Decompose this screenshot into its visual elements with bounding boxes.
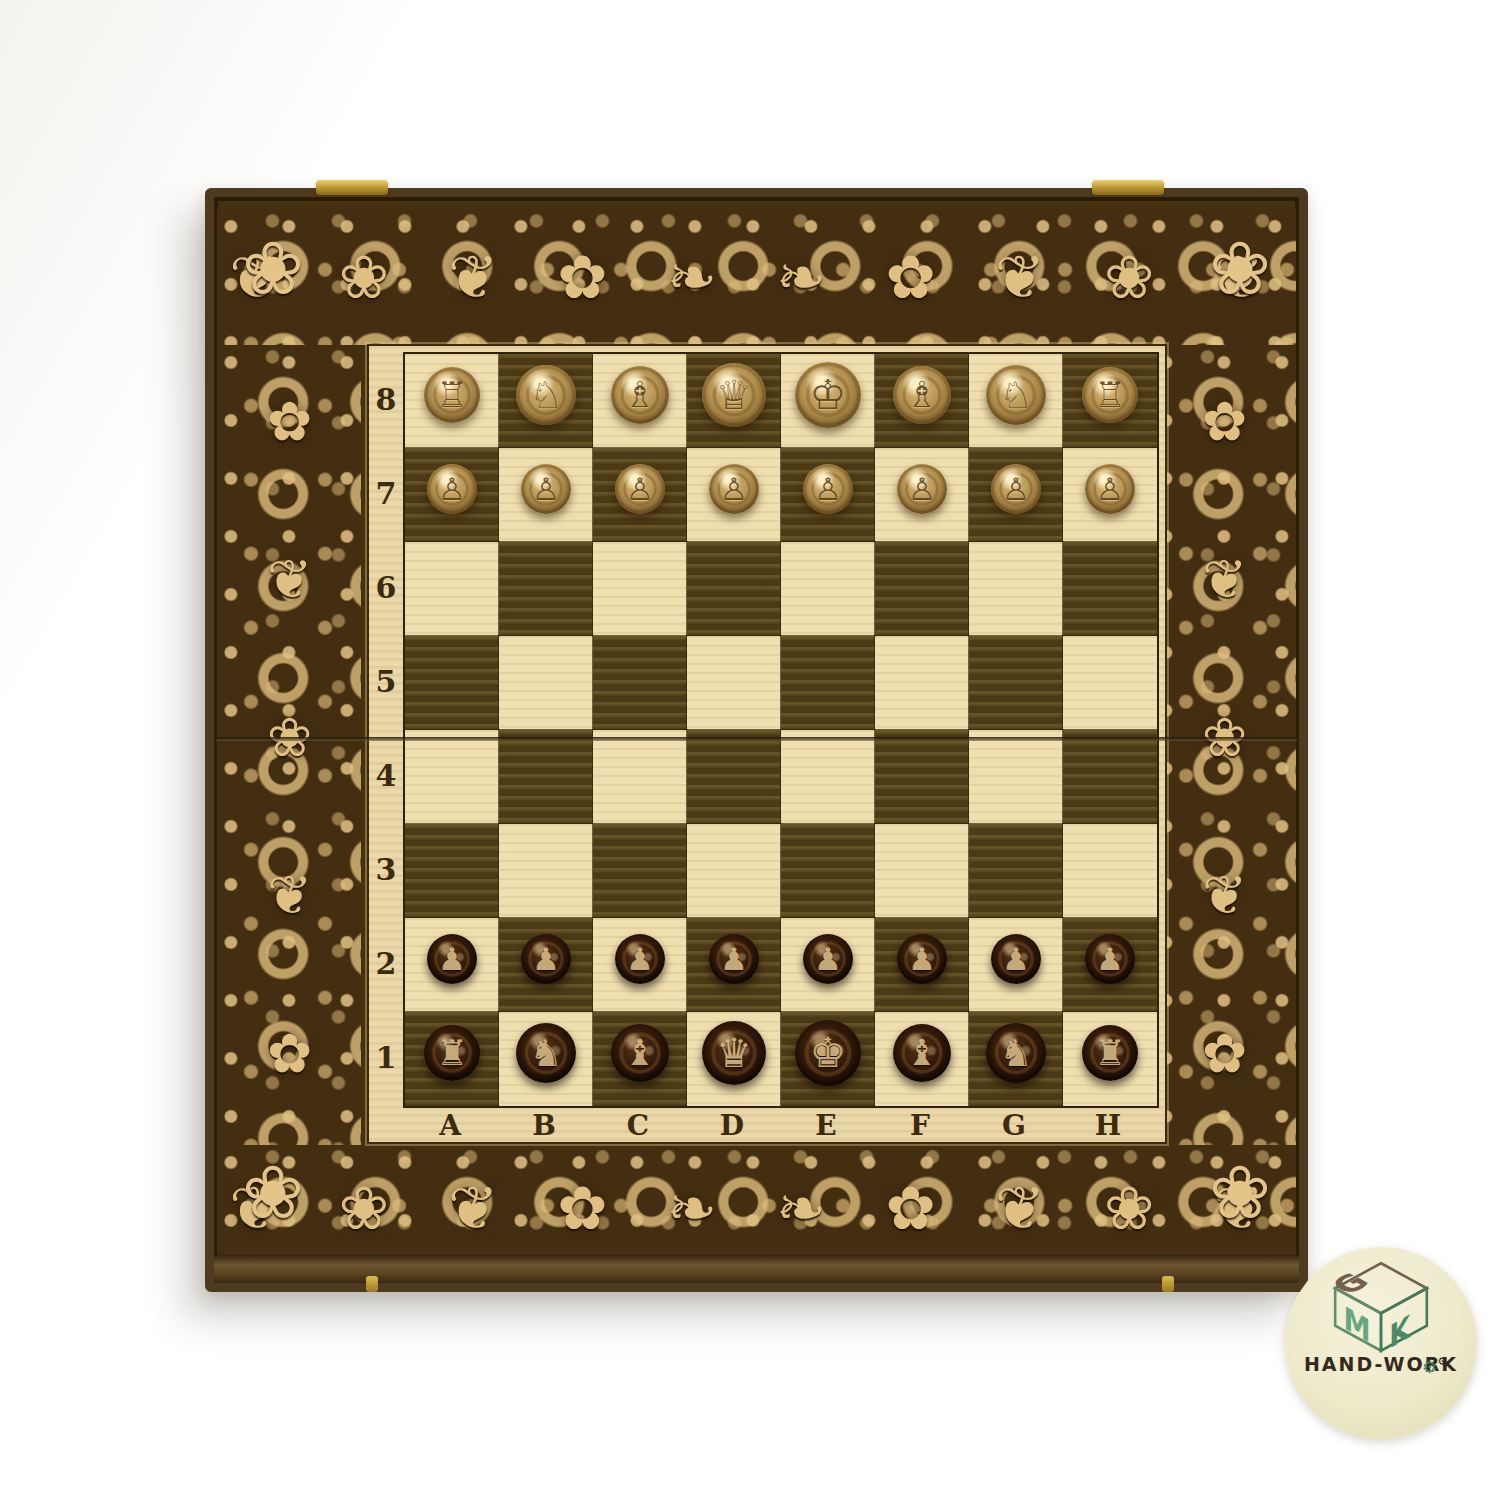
gear-icon: ⚙ [1422,1357,1437,1377]
square-b2[interactable]: ♟ [499,918,593,1012]
white-bishop-c8[interactable]: ♗ [611,366,669,424]
square-b5[interactable] [499,636,593,730]
square-f3[interactable] [875,824,969,918]
square-h4[interactable] [1063,730,1157,824]
file-label-f: F [873,1106,967,1144]
square-d2[interactable]: ♟ [687,918,781,1012]
rook-glyph: ♜ [1094,1036,1125,1071]
white-pawn-b7[interactable]: ♙ [521,464,571,514]
square-g4[interactable] [969,730,1063,824]
white-pawn-c7[interactable]: ♙ [615,464,665,514]
black-pawn-a2[interactable]: ♟ [427,934,477,984]
bishop-glyph: ♝ [906,1035,938,1071]
black-bishop-f1[interactable]: ♝ [893,1024,951,1082]
brass-latch-right [1162,1276,1174,1292]
bishop-glyph: ♗ [624,377,656,413]
rook-glyph: ♜ [436,1036,467,1071]
white-pawn-d7[interactable]: ♙ [709,464,759,514]
square-h7[interactable]: ♙ [1063,448,1157,542]
square-c4[interactable] [593,730,687,824]
pawn-glyph: ♙ [1096,474,1124,505]
pawn-glyph: ♙ [908,474,936,505]
carved-border-top: ❧ ✿ ❦ ❀ ❦ ✿ ❧ ❧ ✿ ❦ ❀ ❦ ✿ ❧ [217,209,1296,345]
floral-carving-row: ❧ ✿ ❦ ❀ ❦ ✿ ❧ ❧ ✿ ❦ ❀ ❦ ✿ ❧ [217,1178,1296,1238]
square-b8[interactable]: ♘ [499,354,593,448]
knight-glyph: ♞ [529,1035,562,1072]
queen-glyph: ♛ [716,1033,752,1073]
pawn-glyph: ♙ [626,474,654,505]
rank-labels: 87654321 [369,352,403,1104]
square-h2[interactable]: ♟ [1063,918,1157,1012]
square-d7[interactable]: ♙ [687,448,781,542]
white-rook-h8[interactable]: ♖ [1082,367,1138,423]
square-f8[interactable]: ♗ [875,354,969,448]
corner-flourish-icon: ❀ [1209,225,1271,311]
white-pawn-g7[interactable]: ♙ [991,464,1041,514]
svg-text:G: G [1324,1268,1378,1299]
svg-text:K: K [1389,1307,1412,1356]
white-bishop-f8[interactable]: ♗ [893,366,951,424]
square-c8[interactable]: ♗ [593,354,687,448]
square-f4[interactable] [875,730,969,824]
square-d8[interactable]: ♕ [687,354,781,448]
knight-glyph: ♘ [999,377,1032,414]
black-rook-h1[interactable]: ♜ [1082,1025,1138,1081]
square-g5[interactable] [969,636,1063,730]
carved-border-left: ❧ ✿ ❦ ❀ ❦ ✿ ❧ [217,345,361,1145]
square-a8[interactable]: ♖ [405,354,499,448]
gmk-cube-monogram: G M K [1318,1257,1444,1357]
white-pawn-e7[interactable]: ♙ [803,464,853,514]
pawn-glyph: ♙ [814,474,842,505]
square-e2[interactable]: ♟ [781,918,875,1012]
square-d6[interactable] [687,542,781,636]
rook-glyph: ♖ [1094,378,1125,413]
black-queen-d1[interactable]: ♛ [702,1021,766,1085]
king-glyph: ♚ [810,1033,847,1074]
black-bishop-c1[interactable]: ♝ [611,1024,669,1082]
square-b6[interactable] [499,542,593,636]
corner-flourish-icon: ❀ [242,1149,304,1235]
file-label-b: B [497,1106,591,1144]
black-pawn-f2[interactable]: ♟ [897,934,947,984]
corner-flourish-icon: ❀ [1209,1149,1271,1235]
maker-logo-badge: G M K HAND-WORK ⚙⚙ [1285,1247,1477,1439]
rank-label-6: 6 [369,540,403,634]
floral-carving-row: ❧ ✿ ❦ ❀ ❦ ✿ ❧ ❧ ✿ ❦ ❀ ❦ ✿ ❧ [217,247,1296,307]
floral-carving-column: ❧ ✿ ❦ ❀ ❦ ✿ ❧ [262,345,316,1145]
brass-hinge-left [316,180,388,195]
square-a1[interactable]: ♜ [405,1012,499,1106]
white-king-e8[interactable]: ♔ [795,362,861,428]
rank-label-4: 4 [369,728,403,822]
black-knight-b1[interactable]: ♞ [516,1023,576,1083]
square-c2[interactable]: ♟ [593,918,687,1012]
rank-label-5: 5 [369,634,403,728]
knight-glyph: ♘ [529,377,562,414]
square-h6[interactable] [1063,542,1157,636]
black-pawn-b2[interactable]: ♟ [521,934,571,984]
board-grid: ♖♘♗♕♔♗♘♖♙♙♙♙♙♙♙♙♟♟♟♟♟♟♟♟♜♞♝♛♚♝♞♜ [403,352,1159,1108]
corner-flourish-icon: ❀ [242,225,304,311]
bishop-glyph: ♗ [906,377,938,413]
square-a7[interactable]: ♙ [405,448,499,542]
carved-border-bottom: ❧ ✿ ❦ ❀ ❦ ✿ ❧ ❧ ✿ ❦ ❀ ❦ ✿ ❧ [217,1145,1296,1271]
square-d5[interactable] [687,636,781,730]
square-a3[interactable] [405,824,499,918]
square-c7[interactable]: ♙ [593,448,687,542]
file-label-d: D [685,1106,779,1144]
square-f5[interactable] [875,636,969,730]
queen-glyph: ♕ [716,375,752,415]
square-g8[interactable]: ♘ [969,354,1063,448]
pawn-glyph: ♟ [438,944,466,975]
square-d4[interactable] [687,730,781,824]
square-e4[interactable] [781,730,875,824]
square-f1[interactable]: ♝ [875,1012,969,1106]
square-a5[interactable] [405,636,499,730]
square-d1[interactable]: ♛ [687,1012,781,1106]
black-knight-g1[interactable]: ♞ [986,1023,1046,1083]
white-knight-b8[interactable]: ♘ [516,365,576,425]
pawn-glyph: ♙ [532,474,560,505]
square-a4[interactable] [405,730,499,824]
file-label-h: H [1061,1106,1155,1144]
pawn-glyph: ♙ [720,474,748,505]
square-b7[interactable]: ♙ [499,448,593,542]
square-g7[interactable]: ♙ [969,448,1063,542]
black-pawn-h2[interactable]: ♟ [1085,934,1135,984]
knight-glyph: ♞ [999,1035,1032,1072]
pawn-glyph: ♟ [532,944,560,975]
black-pawn-e2[interactable]: ♟ [803,934,853,984]
square-g2[interactable]: ♟ [969,918,1063,1012]
board-field: 87654321 ♖♘♗♕♔♗♘♖♙♙♙♙♙♙♙♙♟♟♟♟♟♟♟♟♜♞♝♛♚♝♞… [367,344,1167,1144]
pawn-glyph: ♙ [438,474,466,505]
black-pawn-g2[interactable]: ♟ [991,934,1041,984]
gear-icons: ⚙⚙ [1422,1357,1447,1377]
square-g3[interactable] [969,824,1063,918]
pawn-glyph: ♙ [1002,474,1030,505]
pawn-glyph: ♟ [1002,944,1030,975]
square-e7[interactable]: ♙ [781,448,875,542]
white-pawn-f7[interactable]: ♙ [897,464,947,514]
square-h3[interactable] [1063,824,1157,918]
black-king-e1[interactable]: ♚ [795,1020,861,1086]
carved-border-right: ❧ ✿ ❦ ❀ ❦ ✿ ❧ [1152,345,1296,1145]
rank-label-8: 8 [369,352,403,446]
fold-seam [216,737,1297,741]
rank-label-2: 2 [369,916,403,1010]
rank-label-7: 7 [369,446,403,540]
chess-box: ❧ ✿ ❦ ❀ ❦ ✿ ❧ ❧ ✿ ❦ ❀ ❦ ✿ ❧ ❧ ✿ ❦ ❀ ❦ ✿ … [205,188,1308,1292]
file-label-c: C [591,1106,685,1144]
rank-label-1: 1 [369,1010,403,1104]
square-c1[interactable]: ♝ [593,1012,687,1106]
square-b4[interactable] [499,730,593,824]
black-rook-a1[interactable]: ♜ [424,1025,480,1081]
brass-hinge-right [1092,180,1164,195]
file-labels: ABCDEFGH [403,1106,1155,1144]
white-rook-a8[interactable]: ♖ [424,367,480,423]
square-e3[interactable] [781,824,875,918]
white-knight-g8[interactable]: ♘ [986,365,1046,425]
square-d3[interactable] [687,824,781,918]
file-label-e: E [779,1106,873,1144]
gear-icon: ⚙ [1437,1355,1447,1368]
square-g6[interactable] [969,542,1063,636]
bishop-glyph: ♝ [624,1035,656,1071]
pawn-glyph: ♟ [720,944,748,975]
file-label-a: A [403,1106,497,1144]
square-h1[interactable]: ♜ [1063,1012,1157,1106]
rank-label-3: 3 [369,822,403,916]
square-c3[interactable] [593,824,687,918]
square-b3[interactable] [499,824,593,918]
square-f2[interactable]: ♟ [875,918,969,1012]
brass-latch-left [366,1276,378,1292]
square-a6[interactable] [405,542,499,636]
square-f7[interactable]: ♙ [875,448,969,542]
pawn-glyph: ♟ [814,944,842,975]
king-glyph: ♔ [810,375,847,416]
square-f6[interactable] [875,542,969,636]
square-a2[interactable]: ♟ [405,918,499,1012]
pawn-glyph: ♟ [1096,944,1124,975]
square-c6[interactable] [593,542,687,636]
pawn-glyph: ♟ [908,944,936,975]
black-pawn-d2[interactable]: ♟ [709,934,759,984]
square-h8[interactable]: ♖ [1063,354,1157,448]
white-pawn-a7[interactable]: ♙ [427,464,477,514]
white-pawn-h7[interactable]: ♙ [1085,464,1135,514]
black-pawn-c2[interactable]: ♟ [615,934,665,984]
square-b1[interactable]: ♞ [499,1012,593,1106]
pawn-glyph: ♟ [626,944,654,975]
file-label-g: G [967,1106,1061,1144]
square-e6[interactable] [781,542,875,636]
square-h5[interactable] [1063,636,1157,730]
square-g1[interactable]: ♞ [969,1012,1063,1106]
square-e5[interactable] [781,636,875,730]
square-c5[interactable] [593,636,687,730]
floral-carving-column: ❧ ✿ ❦ ❀ ❦ ✿ ❧ [1197,345,1251,1145]
rook-glyph: ♖ [436,378,467,413]
square-e1[interactable]: ♚ [781,1012,875,1106]
white-queen-d8[interactable]: ♕ [702,363,766,427]
square-e8[interactable]: ♔ [781,354,875,448]
